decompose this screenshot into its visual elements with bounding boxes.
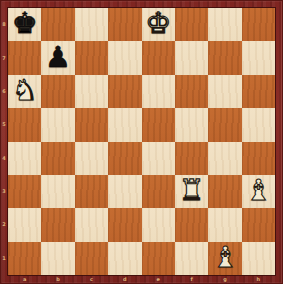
- file-label-g: g: [208, 275, 241, 284]
- square-a3[interactable]: [8, 175, 41, 208]
- rank-label-3: 3: [0, 175, 8, 208]
- square-c5[interactable]: [75, 108, 108, 141]
- piece-white-rook[interactable]: ♜: [179, 176, 205, 205]
- square-c1[interactable]: [75, 242, 108, 275]
- square-a2[interactable]: [8, 208, 41, 241]
- square-g4[interactable]: [208, 142, 241, 175]
- square-c4[interactable]: [75, 142, 108, 175]
- square-f3[interactable]: ♜: [175, 175, 208, 208]
- square-a8[interactable]: ♚: [8, 8, 41, 41]
- square-h3[interactable]: ♝: [242, 175, 275, 208]
- piece-white-king[interactable]: ♚: [145, 9, 171, 38]
- square-b4[interactable]: [41, 142, 74, 175]
- square-d6[interactable]: [108, 75, 141, 108]
- rank-label-1: 1: [0, 242, 8, 275]
- square-g1[interactable]: ♝: [208, 242, 241, 275]
- rank-label-8: 8: [0, 8, 8, 41]
- square-e8[interactable]: ♚: [142, 8, 175, 41]
- square-g5[interactable]: [208, 108, 241, 141]
- square-d2[interactable]: [108, 208, 141, 241]
- square-f6[interactable]: [175, 75, 208, 108]
- square-h4[interactable]: [242, 142, 275, 175]
- file-label-a: a: [8, 275, 41, 284]
- square-b3[interactable]: [41, 175, 74, 208]
- square-c7[interactable]: [75, 41, 108, 74]
- piece-white-bishop[interactable]: ♝: [245, 176, 271, 205]
- square-c8[interactable]: [75, 8, 108, 41]
- square-e7[interactable]: [142, 41, 175, 74]
- square-d1[interactable]: [108, 242, 141, 275]
- square-e6[interactable]: [142, 75, 175, 108]
- square-d5[interactable]: [108, 108, 141, 141]
- chess-board: ♚♚♟♞♜♝♝: [8, 8, 275, 275]
- square-e1[interactable]: [142, 242, 175, 275]
- square-g8[interactable]: [208, 8, 241, 41]
- square-f1[interactable]: [175, 242, 208, 275]
- square-h7[interactable]: [242, 41, 275, 74]
- square-b1[interactable]: [41, 242, 74, 275]
- square-g2[interactable]: [208, 208, 241, 241]
- file-label-e: e: [142, 275, 175, 284]
- square-c3[interactable]: [75, 175, 108, 208]
- file-label-f: f: [175, 275, 208, 284]
- square-h2[interactable]: [242, 208, 275, 241]
- square-e2[interactable]: [142, 208, 175, 241]
- chess-board-window: 87654321 abcdefgh ♚♚♟♞♜♝♝: [0, 0, 283, 284]
- square-d7[interactable]: [108, 41, 141, 74]
- square-h8[interactable]: [242, 8, 275, 41]
- file-coordinates: abcdefgh: [8, 275, 275, 284]
- square-b5[interactable]: [41, 108, 74, 141]
- rank-label-6: 6: [0, 75, 8, 108]
- square-d8[interactable]: [108, 8, 141, 41]
- square-a4[interactable]: [8, 142, 41, 175]
- piece-black-king[interactable]: ♚: [12, 9, 38, 38]
- square-a6[interactable]: ♞: [8, 75, 41, 108]
- square-d3[interactable]: [108, 175, 141, 208]
- piece-white-bishop[interactable]: ♝: [212, 243, 238, 272]
- square-g3[interactable]: [208, 175, 241, 208]
- square-b7[interactable]: ♟: [41, 41, 74, 74]
- square-a7[interactable]: [8, 41, 41, 74]
- square-b6[interactable]: [41, 75, 74, 108]
- square-g7[interactable]: [208, 41, 241, 74]
- rank-label-2: 2: [0, 208, 8, 241]
- square-h6[interactable]: [242, 75, 275, 108]
- square-d4[interactable]: [108, 142, 141, 175]
- square-a5[interactable]: [8, 108, 41, 141]
- square-e3[interactable]: [142, 175, 175, 208]
- square-a1[interactable]: [8, 242, 41, 275]
- square-h5[interactable]: [242, 108, 275, 141]
- piece-white-knight[interactable]: ♞: [12, 76, 38, 105]
- square-b8[interactable]: [41, 8, 74, 41]
- square-f7[interactable]: [175, 41, 208, 74]
- piece-black-pawn[interactable]: ♟: [45, 43, 71, 72]
- square-g6[interactable]: [208, 75, 241, 108]
- square-e5[interactable]: [142, 108, 175, 141]
- file-label-d: d: [108, 275, 141, 284]
- file-label-h: h: [242, 275, 275, 284]
- rank-label-5: 5: [0, 108, 8, 141]
- square-h1[interactable]: [242, 242, 275, 275]
- square-f2[interactable]: [175, 208, 208, 241]
- square-b2[interactable]: [41, 208, 74, 241]
- square-f4[interactable]: [175, 142, 208, 175]
- square-e4[interactable]: [142, 142, 175, 175]
- rank-label-4: 4: [0, 142, 8, 175]
- square-c2[interactable]: [75, 208, 108, 241]
- file-label-b: b: [41, 275, 74, 284]
- square-f5[interactable]: [175, 108, 208, 141]
- rank-label-7: 7: [0, 41, 8, 74]
- rank-coordinates: 87654321: [0, 8, 8, 275]
- file-label-c: c: [75, 275, 108, 284]
- square-c6[interactable]: [75, 75, 108, 108]
- square-f8[interactable]: [175, 8, 208, 41]
